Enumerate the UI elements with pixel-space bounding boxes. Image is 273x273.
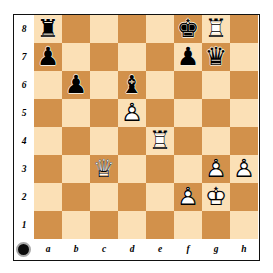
black-pawn: ♟ (34, 43, 62, 71)
file-label-d: d (118, 239, 146, 259)
square-c1[interactable] (90, 211, 118, 239)
file-label-b: b (62, 239, 90, 259)
square-e2[interactable] (146, 183, 174, 211)
square-h3[interactable]: ♟♙ (230, 155, 258, 183)
square-e6[interactable] (146, 71, 174, 99)
file-label-f: f (174, 239, 202, 259)
square-h6[interactable] (230, 71, 258, 99)
square-d4[interactable] (118, 127, 146, 155)
black-to-move-indicator (16, 242, 31, 257)
square-c4[interactable] (90, 127, 118, 155)
rank-label-7: 7 (14, 43, 34, 71)
white-king: ♚♔ (202, 183, 230, 211)
square-b3[interactable] (62, 155, 90, 183)
square-c7[interactable] (90, 43, 118, 71)
square-d6[interactable]: ♝ (118, 71, 146, 99)
chess-diagram-frame: 87654321 ♜♚♜♖♟♟♛♟♝♟♙♜♖♛♕♟♙♟♙♟♙♚♔ abcdefg… (13, 14, 260, 261)
square-d1[interactable] (118, 211, 146, 239)
square-e1[interactable] (146, 211, 174, 239)
square-h4[interactable] (230, 127, 258, 155)
square-a8[interactable]: ♜ (34, 15, 62, 43)
square-f1[interactable] (174, 211, 202, 239)
black-pawn: ♟ (174, 43, 202, 71)
square-d7[interactable] (118, 43, 146, 71)
square-b8[interactable] (62, 15, 90, 43)
square-f8[interactable]: ♚ (174, 15, 202, 43)
square-d5[interactable]: ♟♙ (118, 99, 146, 127)
square-e4[interactable]: ♜♖ (146, 127, 174, 155)
square-b1[interactable] (62, 211, 90, 239)
square-h5[interactable] (230, 99, 258, 127)
file-label-h: h (230, 239, 258, 259)
square-e3[interactable] (146, 155, 174, 183)
square-b4[interactable] (62, 127, 90, 155)
square-b6[interactable]: ♟ (62, 71, 90, 99)
square-c3[interactable]: ♛♕ (90, 155, 118, 183)
black-bishop: ♝ (118, 71, 146, 99)
file-label-e: e (146, 239, 174, 259)
rank-label-6: 6 (14, 71, 34, 99)
square-b2[interactable] (62, 183, 90, 211)
black-queen: ♛ (202, 43, 230, 71)
rank-label-1: 1 (14, 211, 34, 239)
square-g7[interactable]: ♛ (202, 43, 230, 71)
rank-label-4: 4 (14, 127, 34, 155)
square-e5[interactable] (146, 99, 174, 127)
file-label-g: g (202, 239, 230, 259)
square-c2[interactable] (90, 183, 118, 211)
rank-labels: 87654321 (14, 15, 34, 239)
white-pawn: ♟♙ (202, 155, 230, 183)
white-pawn: ♟♙ (118, 99, 146, 127)
square-c8[interactable] (90, 15, 118, 43)
black-king: ♚ (174, 15, 202, 43)
rank-label-3: 3 (14, 155, 34, 183)
square-b5[interactable] (62, 99, 90, 127)
white-rook: ♜♖ (146, 127, 174, 155)
square-g3[interactable]: ♟♙ (202, 155, 230, 183)
file-label-a: a (34, 239, 62, 259)
black-rook: ♜ (34, 15, 62, 43)
rank-label-8: 8 (14, 15, 34, 43)
white-pawn: ♟♙ (174, 183, 202, 211)
white-rook: ♜♖ (202, 15, 230, 43)
square-g2[interactable]: ♚♔ (202, 183, 230, 211)
square-g1[interactable] (202, 211, 230, 239)
square-g4[interactable] (202, 127, 230, 155)
chess-board[interactable]: ♜♚♜♖♟♟♛♟♝♟♙♜♖♛♕♟♙♟♙♟♙♚♔ (34, 15, 258, 239)
square-h8[interactable] (230, 15, 258, 43)
black-pawn: ♟ (62, 71, 90, 99)
square-f2[interactable]: ♟♙ (174, 183, 202, 211)
square-a5[interactable] (34, 99, 62, 127)
square-g8[interactable]: ♜♖ (202, 15, 230, 43)
square-b7[interactable] (62, 43, 90, 71)
square-a1[interactable] (34, 211, 62, 239)
white-pawn: ♟♙ (230, 155, 258, 183)
square-g5[interactable] (202, 99, 230, 127)
square-f5[interactable] (174, 99, 202, 127)
white-queen: ♛♕ (90, 155, 118, 183)
square-e8[interactable] (146, 15, 174, 43)
square-h7[interactable] (230, 43, 258, 71)
square-d8[interactable] (118, 15, 146, 43)
file-label-c: c (90, 239, 118, 259)
square-g6[interactable] (202, 71, 230, 99)
square-e7[interactable] (146, 43, 174, 71)
file-labels: abcdefgh (34, 239, 258, 259)
square-a6[interactable] (34, 71, 62, 99)
rank-label-2: 2 (14, 183, 34, 211)
square-f6[interactable] (174, 71, 202, 99)
square-d3[interactable] (118, 155, 146, 183)
square-a2[interactable] (34, 183, 62, 211)
square-c5[interactable] (90, 99, 118, 127)
square-f3[interactable] (174, 155, 202, 183)
square-h1[interactable] (230, 211, 258, 239)
square-a7[interactable]: ♟ (34, 43, 62, 71)
square-h2[interactable] (230, 183, 258, 211)
square-c6[interactable] (90, 71, 118, 99)
square-d2[interactable] (118, 183, 146, 211)
square-a3[interactable] (34, 155, 62, 183)
square-f4[interactable] (174, 127, 202, 155)
square-a4[interactable] (34, 127, 62, 155)
rank-label-5: 5 (14, 99, 34, 127)
square-f7[interactable]: ♟ (174, 43, 202, 71)
